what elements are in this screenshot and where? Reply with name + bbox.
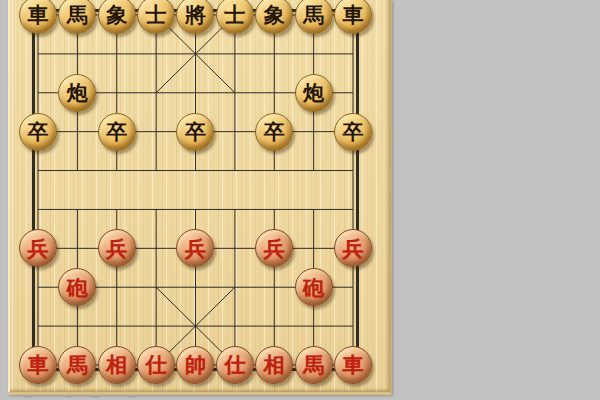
piece-black-chariot[interactable]: 車 (334, 0, 372, 34)
piece-black-soldier[interactable]: 卒 (255, 113, 293, 151)
board-intersection[interactable] (255, 34, 294, 73)
board-intersection[interactable] (255, 190, 294, 229)
board-intersection[interactable]: 兵 (97, 229, 136, 268)
board-intersection[interactable] (18, 268, 57, 307)
board-intersection[interactable] (58, 307, 97, 346)
board-intersection[interactable] (18, 151, 57, 190)
board-intersection[interactable]: 帥 (176, 345, 215, 384)
board-intersection[interactable] (176, 34, 215, 73)
piece-red-horse[interactable]: 馬 (58, 346, 96, 384)
board-intersection[interactable] (58, 112, 97, 151)
piece-red-elephant[interactable]: 相 (255, 346, 293, 384)
board-intersection[interactable] (215, 112, 254, 151)
board-intersection[interactable] (333, 34, 372, 73)
board-intersection[interactable]: 卒 (176, 112, 215, 151)
board-intersection[interactable] (294, 112, 333, 151)
piece-red-soldier[interactable]: 兵 (98, 229, 136, 267)
piece-red-chariot[interactable]: 車 (19, 346, 57, 384)
board-intersection[interactable]: 仕 (136, 345, 175, 384)
board-intersection[interactable]: 車 (18, 0, 57, 34)
board-intersection[interactable] (97, 307, 136, 346)
board-intersection[interactable] (97, 34, 136, 73)
piece-black-soldier[interactable]: 卒 (176, 113, 214, 151)
board-intersection[interactable] (136, 73, 175, 112)
board-intersection[interactable]: 兵 (255, 229, 294, 268)
board-intersection[interactable] (18, 307, 57, 346)
board-intersection[interactable] (136, 307, 175, 346)
board-intersection[interactable] (97, 190, 136, 229)
piece-red-advisor[interactable]: 仕 (216, 346, 254, 384)
piece-black-general[interactable]: 將 (176, 0, 214, 34)
piece-red-soldier[interactable]: 兵 (255, 229, 293, 267)
board-intersection[interactable]: 馬 (294, 345, 333, 384)
board-intersection[interactable]: 車 (333, 345, 372, 384)
board-intersection[interactable]: 馬 (58, 0, 97, 34)
board-intersection[interactable] (215, 151, 254, 190)
board-intersection[interactable] (333, 268, 372, 307)
board-intersection[interactable]: 卒 (333, 112, 372, 151)
board-intersection[interactable]: 馬 (294, 0, 333, 34)
board-intersection[interactable] (136, 34, 175, 73)
piece-red-general[interactable]: 帥 (176, 346, 214, 384)
board-intersection[interactable] (215, 190, 254, 229)
board-intersection[interactable]: 卒 (255, 112, 294, 151)
board-intersection[interactable]: 士 (215, 0, 254, 34)
board-intersection[interactable] (58, 34, 97, 73)
piece-red-cannon[interactable]: 砲 (58, 268, 96, 306)
board-intersection[interactable] (255, 73, 294, 112)
board-intersection[interactable] (255, 268, 294, 307)
desktop-background: { "game": "xiangqi", "game_title": "Chin… (0, 0, 600, 400)
board-intersection[interactable] (333, 151, 372, 190)
board-intersection[interactable]: 兵 (333, 229, 372, 268)
board-intersection[interactable]: 將 (176, 0, 215, 34)
board-intersection[interactable] (97, 151, 136, 190)
board-intersection[interactable] (333, 73, 372, 112)
board-intersection[interactable]: 兵 (176, 229, 215, 268)
board-intersection[interactable] (333, 307, 372, 346)
piece-red-soldier[interactable]: 兵 (19, 229, 57, 267)
board-intersection[interactable]: 炮 (294, 73, 333, 112)
board-intersection[interactable] (58, 229, 97, 268)
board-intersection[interactable]: 象 (255, 0, 294, 34)
piece-black-soldier[interactable]: 卒 (334, 113, 372, 151)
board-intersection[interactable]: 象 (97, 0, 136, 34)
piece-black-elephant[interactable]: 象 (98, 0, 136, 34)
piece-black-soldier[interactable]: 卒 (98, 113, 136, 151)
board-intersection[interactable] (176, 190, 215, 229)
board-intersection[interactable] (255, 151, 294, 190)
board-intersection[interactable]: 兵 (18, 229, 57, 268)
board-intersection[interactable] (136, 112, 175, 151)
piece-black-advisor[interactable]: 士 (216, 0, 254, 34)
board-intersection[interactable] (136, 190, 175, 229)
board-intersection[interactable] (97, 268, 136, 307)
board-intersection[interactable]: 馬 (58, 345, 97, 384)
board-intersection[interactable] (176, 307, 215, 346)
piece-black-horse[interactable]: 馬 (295, 0, 333, 34)
board-intersection[interactable]: 士 (136, 0, 175, 34)
board-intersection[interactable]: 仕 (215, 345, 254, 384)
board-intersection[interactable]: 相 (255, 345, 294, 384)
board-intersection[interactable]: 砲 (294, 268, 333, 307)
pieces-grid: 車馬象士將士象馬車炮炮卒卒卒卒卒兵兵兵兵兵砲砲車馬相仕帥仕相馬車 (18, 0, 372, 384)
piece-black-horse[interactable]: 馬 (58, 0, 96, 34)
board-intersection[interactable] (18, 190, 57, 229)
board-intersection[interactable] (18, 34, 57, 73)
piece-black-elephant[interactable]: 象 (255, 0, 293, 34)
board-intersection[interactable] (136, 268, 175, 307)
board-intersection[interactable]: 卒 (18, 112, 57, 151)
board-intersection[interactable] (18, 73, 57, 112)
board-intersection[interactable] (294, 307, 333, 346)
board-intersection[interactable] (215, 229, 254, 268)
board-intersection[interactable] (176, 268, 215, 307)
piece-black-advisor[interactable]: 士 (137, 0, 175, 34)
board-intersection[interactable] (136, 229, 175, 268)
piece-black-soldier[interactable]: 卒 (19, 113, 57, 151)
board-intersection[interactable] (176, 73, 215, 112)
board-intersection[interactable] (215, 268, 254, 307)
board-intersection[interactable] (58, 190, 97, 229)
piece-red-cannon[interactable]: 砲 (295, 268, 333, 306)
piece-red-soldier[interactable]: 兵 (334, 229, 372, 267)
xiangqi-board[interactable]: 車馬象士將士象馬車炮炮卒卒卒卒卒兵兵兵兵兵砲砲車馬相仕帥仕相馬車 (8, 0, 392, 395)
piece-red-elephant[interactable]: 相 (98, 346, 136, 384)
board-intersection[interactable] (333, 190, 372, 229)
board-intersection[interactable] (176, 151, 215, 190)
piece-red-chariot[interactable]: 車 (334, 346, 372, 384)
board-intersection[interactable]: 相 (97, 345, 136, 384)
board-intersection[interactable] (215, 307, 254, 346)
board-intersection[interactable] (255, 307, 294, 346)
board-intersection[interactable] (136, 151, 175, 190)
board-intersection[interactable]: 卒 (97, 112, 136, 151)
board-intersection[interactable] (215, 73, 254, 112)
board-intersection[interactable] (58, 151, 97, 190)
board-intersection[interactable] (294, 34, 333, 73)
board-intersection[interactable]: 砲 (58, 268, 97, 307)
board-intersection[interactable] (215, 34, 254, 73)
piece-red-soldier[interactable]: 兵 (176, 229, 214, 267)
piece-red-horse[interactable]: 馬 (295, 346, 333, 384)
board-intersection[interactable]: 車 (18, 345, 57, 384)
board-intersection[interactable] (294, 190, 333, 229)
piece-red-advisor[interactable]: 仕 (137, 346, 175, 384)
board-intersection[interactable] (294, 151, 333, 190)
piece-black-cannon[interactable]: 炮 (58, 74, 96, 112)
board-intersection[interactable] (294, 229, 333, 268)
piece-black-cannon[interactable]: 炮 (295, 74, 333, 112)
piece-black-chariot[interactable]: 車 (19, 0, 57, 34)
board-intersection[interactable] (97, 73, 136, 112)
board-intersection[interactable]: 車 (333, 0, 372, 34)
board-intersection[interactable]: 炮 (58, 73, 97, 112)
